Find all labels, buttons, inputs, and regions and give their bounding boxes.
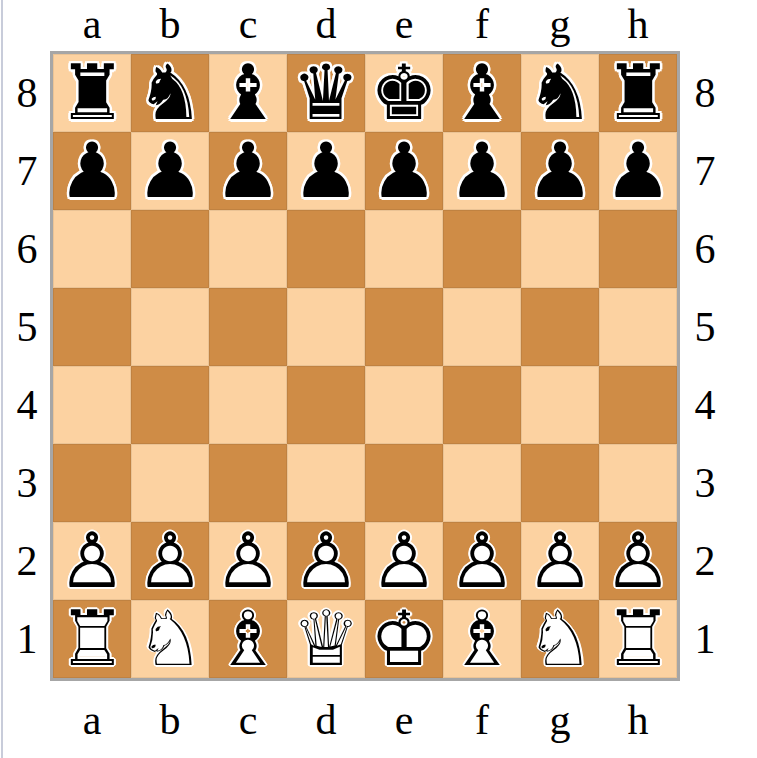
- chess-board: ♜♞♝♛♚♝♞♜♟♟♟♟♟♟♟♟♟♙♟♙♟♙♟♙♟♙♟♙♟♙♟♙♜♖♞♘♝♗♛♕…: [50, 51, 680, 681]
- piece-white-pawn[interactable]: ♟♙: [209, 522, 287, 600]
- square-a7[interactable]: ♟: [53, 132, 131, 210]
- square-d5[interactable]: [287, 288, 365, 366]
- square-a3[interactable]: [53, 444, 131, 522]
- piece-black-knight[interactable]: ♞: [136, 54, 204, 132]
- square-g2[interactable]: ♟♙: [521, 522, 599, 600]
- square-a5[interactable]: [53, 288, 131, 366]
- square-b2[interactable]: ♟♙: [131, 522, 209, 600]
- square-c5[interactable]: [209, 288, 287, 366]
- piece-black-bishop[interactable]: ♝: [448, 54, 516, 132]
- square-d6[interactable]: [287, 210, 365, 288]
- rank-label-8: 8: [4, 54, 50, 132]
- piece-white-king[interactable]: ♚♔: [365, 600, 443, 678]
- square-c4[interactable]: [209, 366, 287, 444]
- piece-black-pawn[interactable]: ♟: [448, 132, 516, 210]
- piece-outline: ♘: [136, 600, 204, 678]
- piece-outline: ♖: [604, 600, 672, 678]
- rank-label-2: 2: [680, 522, 730, 600]
- rank-label-8: 8: [680, 54, 730, 132]
- piece-outline: ♙: [136, 522, 204, 600]
- piece-outline: ♙: [604, 522, 672, 600]
- square-f2[interactable]: ♟♙: [443, 522, 521, 600]
- piece-black-pawn[interactable]: ♟: [604, 132, 672, 210]
- square-f5[interactable]: [443, 288, 521, 366]
- square-h5[interactable]: [599, 288, 677, 366]
- piece-black-pawn[interactable]: ♟: [292, 132, 360, 210]
- piece-white-knight[interactable]: ♞♘: [521, 600, 599, 678]
- file-label-b: b: [131, 682, 209, 758]
- piece-black-knight[interactable]: ♞: [526, 54, 594, 132]
- square-g7[interactable]: ♟: [521, 132, 599, 210]
- piece-black-king[interactable]: ♚: [370, 54, 438, 132]
- square-d3[interactable]: [287, 444, 365, 522]
- square-f7[interactable]: ♟: [443, 132, 521, 210]
- rank-label-4: 4: [680, 366, 730, 444]
- square-a6[interactable]: [53, 210, 131, 288]
- square-d4[interactable]: [287, 366, 365, 444]
- rank-label-7: 7: [680, 132, 730, 210]
- rank-label-4: 4: [4, 366, 50, 444]
- piece-outline: ♙: [214, 522, 282, 600]
- square-g5[interactable]: [521, 288, 599, 366]
- square-f6[interactable]: [443, 210, 521, 288]
- rank-label-3: 3: [4, 444, 50, 522]
- square-e6[interactable]: [365, 210, 443, 288]
- piece-black-queen[interactable]: ♛: [292, 54, 360, 132]
- file-label-a: a: [53, 0, 131, 48]
- square-d1[interactable]: ♛♕: [287, 600, 365, 678]
- square-h7[interactable]: ♟: [599, 132, 677, 210]
- file-label-g: g: [521, 0, 599, 48]
- piece-white-pawn[interactable]: ♟♙: [599, 522, 677, 600]
- rank-label-1: 1: [4, 600, 50, 678]
- file-label-h: h: [599, 0, 677, 48]
- square-d7[interactable]: ♟: [287, 132, 365, 210]
- square-e1[interactable]: ♚♔: [365, 600, 443, 678]
- file-label-d: d: [287, 0, 365, 48]
- piece-white-pawn[interactable]: ♟♙: [521, 522, 599, 600]
- square-a8[interactable]: ♜: [53, 54, 131, 132]
- square-f3[interactable]: [443, 444, 521, 522]
- piece-white-pawn[interactable]: ♟♙: [131, 522, 209, 600]
- square-h4[interactable]: [599, 366, 677, 444]
- square-b1[interactable]: ♞♘: [131, 600, 209, 678]
- piece-outline: ♘: [526, 600, 594, 678]
- piece-white-pawn[interactable]: ♟♙: [53, 522, 131, 600]
- piece-outline: ♙: [448, 522, 516, 600]
- square-h1[interactable]: ♜♖: [599, 600, 677, 678]
- file-label-f: f: [443, 682, 521, 758]
- square-e4[interactable]: [365, 366, 443, 444]
- piece-black-rook[interactable]: ♜: [604, 54, 672, 132]
- piece-white-bishop[interactable]: ♝♗: [443, 600, 521, 678]
- piece-outline: ♙: [370, 522, 438, 600]
- square-b6[interactable]: [131, 210, 209, 288]
- file-labels-bottom: abcdefgh: [53, 682, 677, 758]
- file-labels-top: abcdefgh: [53, 0, 677, 48]
- rank-label-6: 6: [4, 210, 50, 288]
- piece-black-rook[interactable]: ♜: [58, 54, 126, 132]
- piece-outline: ♙: [292, 522, 360, 600]
- piece-white-pawn[interactable]: ♟♙: [443, 522, 521, 600]
- square-e5[interactable]: [365, 288, 443, 366]
- piece-white-knight[interactable]: ♞♘: [131, 600, 209, 678]
- piece-outline: ♗: [214, 600, 282, 678]
- file-label-h: h: [599, 682, 677, 758]
- square-h3[interactable]: [599, 444, 677, 522]
- piece-black-pawn[interactable]: ♟: [214, 132, 282, 210]
- file-label-c: c: [209, 0, 287, 48]
- rank-label-6: 6: [680, 210, 730, 288]
- piece-white-rook[interactable]: ♜♖: [599, 600, 677, 678]
- square-e2[interactable]: ♟♙: [365, 522, 443, 600]
- piece-white-bishop[interactable]: ♝♗: [209, 600, 287, 678]
- piece-black-pawn[interactable]: ♟: [58, 132, 126, 210]
- square-e8[interactable]: ♚: [365, 54, 443, 132]
- square-c3[interactable]: [209, 444, 287, 522]
- rank-label-1: 1: [680, 600, 730, 678]
- square-f4[interactable]: [443, 366, 521, 444]
- square-c6[interactable]: [209, 210, 287, 288]
- piece-black-pawn[interactable]: ♟: [526, 132, 594, 210]
- square-c1[interactable]: ♝♗: [209, 600, 287, 678]
- square-b5[interactable]: [131, 288, 209, 366]
- rank-label-3: 3: [680, 444, 730, 522]
- file-label-f: f: [443, 0, 521, 48]
- rank-label-5: 5: [4, 288, 50, 366]
- square-g8[interactable]: ♞: [521, 54, 599, 132]
- square-c8[interactable]: ♝: [209, 54, 287, 132]
- piece-outline: ♗: [448, 600, 516, 678]
- square-b3[interactable]: [131, 444, 209, 522]
- square-c7[interactable]: ♟: [209, 132, 287, 210]
- square-a1[interactable]: ♜♖: [53, 600, 131, 678]
- rank-label-2: 2: [4, 522, 50, 600]
- piece-outline: ♙: [58, 522, 126, 600]
- square-f8[interactable]: ♝: [443, 54, 521, 132]
- file-label-c: c: [209, 682, 287, 758]
- piece-outline: ♕: [292, 600, 360, 678]
- rank-label-7: 7: [4, 132, 50, 210]
- piece-black-bishop[interactable]: ♝: [214, 54, 282, 132]
- file-label-b: b: [131, 0, 209, 48]
- square-b4[interactable]: [131, 366, 209, 444]
- square-f1[interactable]: ♝♗: [443, 600, 521, 678]
- piece-outline: ♖: [58, 600, 126, 678]
- square-a2[interactable]: ♟♙: [53, 522, 131, 600]
- piece-white-rook[interactable]: ♜♖: [53, 600, 131, 678]
- file-label-a: a: [53, 682, 131, 758]
- square-h6[interactable]: [599, 210, 677, 288]
- file-label-g: g: [521, 682, 599, 758]
- piece-white-pawn[interactable]: ♟♙: [287, 522, 365, 600]
- square-e3[interactable]: [365, 444, 443, 522]
- file-label-d: d: [287, 682, 365, 758]
- rank-labels-right: 87654321: [680, 54, 730, 678]
- square-g6[interactable]: [521, 210, 599, 288]
- square-b7[interactable]: ♟: [131, 132, 209, 210]
- piece-white-pawn[interactable]: ♟♙: [365, 522, 443, 600]
- file-label-e: e: [365, 682, 443, 758]
- piece-outline: ♔: [370, 600, 438, 678]
- square-g4[interactable]: [521, 366, 599, 444]
- chess-diagram-page: abcdefgh ♜♞♝♛♚♝♞♜♟♟♟♟♟♟♟♟♟♙♟♙♟♙♟♙♟♙♟♙♟♙♟…: [0, 0, 757, 758]
- square-e7[interactable]: ♟: [365, 132, 443, 210]
- square-c2[interactable]: ♟♙: [209, 522, 287, 600]
- square-h8[interactable]: ♜: [599, 54, 677, 132]
- window-edge-line: [1, 0, 3, 758]
- square-g3[interactable]: [521, 444, 599, 522]
- piece-black-pawn[interactable]: ♟: [370, 132, 438, 210]
- file-label-e: e: [365, 0, 443, 48]
- rank-label-5: 5: [680, 288, 730, 366]
- piece-outline: ♙: [526, 522, 594, 600]
- square-b8[interactable]: ♞: [131, 54, 209, 132]
- rank-labels-left: 87654321: [4, 54, 50, 678]
- square-g1[interactable]: ♞♘: [521, 600, 599, 678]
- piece-black-pawn[interactable]: ♟: [136, 132, 204, 210]
- square-a4[interactable]: [53, 366, 131, 444]
- square-d2[interactable]: ♟♙: [287, 522, 365, 600]
- piece-white-queen[interactable]: ♛♕: [287, 600, 365, 678]
- square-d8[interactable]: ♛: [287, 54, 365, 132]
- square-h2[interactable]: ♟♙: [599, 522, 677, 600]
